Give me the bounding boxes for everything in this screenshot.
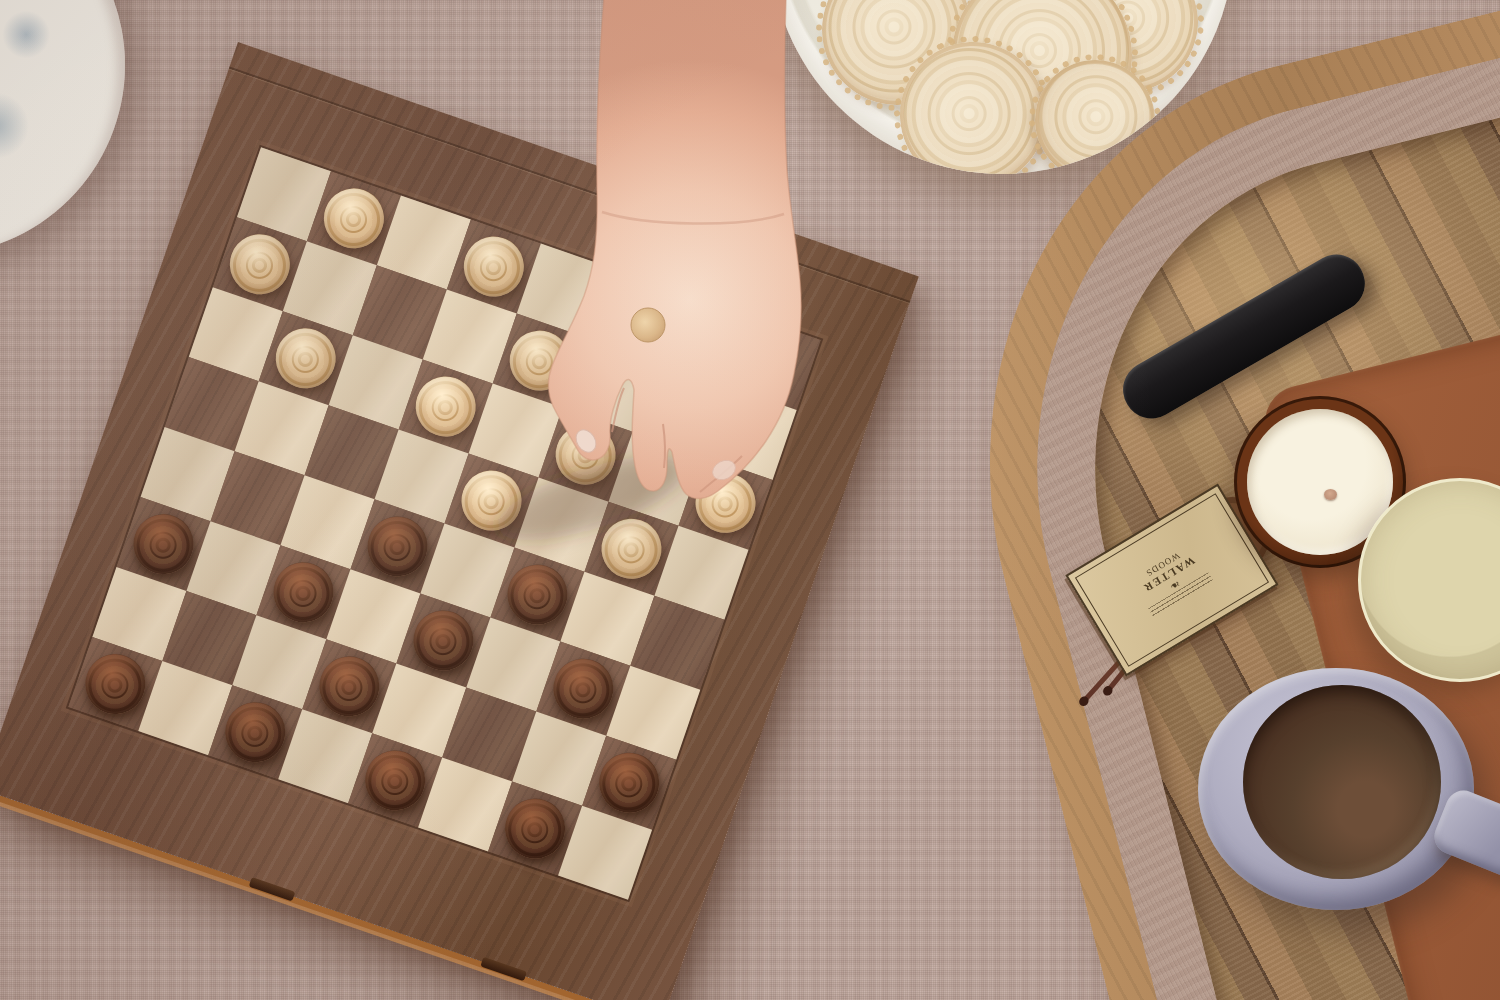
checker-piece-light[interactable] [547,417,623,493]
checker-piece-dark[interactable] [77,646,153,722]
checkers-board-grid [68,147,820,899]
checker-piece-dark[interactable] [357,742,433,818]
teacup [0,0,125,255]
mug [1198,668,1474,910]
mug-tea [1243,685,1441,879]
checker-piece-dark[interactable] [545,651,621,727]
checker-piece-dark[interactable] [265,554,341,630]
checker-piece-dark[interactable] [311,648,387,724]
checker-piece-light[interactable] [502,322,578,398]
checker-piece-dark[interactable] [591,745,667,821]
checker-piece-light[interactable] [453,462,529,538]
checker-piece-dark[interactable] [359,508,435,584]
box-hinge [480,957,527,981]
checker-piece-light[interactable] [268,320,344,396]
checker-piece-light[interactable] [596,277,672,353]
checker-piece-dark[interactable] [499,556,575,632]
checker-piece-light[interactable] [456,228,532,304]
checker-piece-light[interactable] [408,368,484,444]
checker-piece-dark[interactable] [217,694,293,770]
candle-wick [1324,489,1337,500]
checkers-board-box [0,42,919,1000]
checker-piece-light[interactable] [687,465,763,541]
checker-piece-dark[interactable] [405,602,481,678]
box-hinge [249,877,296,901]
checker-piece-dark[interactable] [497,790,573,866]
checker-piece-light[interactable] [222,226,298,302]
checker-piece-light[interactable] [316,180,392,256]
checker-piece-light[interactable] [593,511,669,587]
checker-piece-dark[interactable] [125,506,201,582]
